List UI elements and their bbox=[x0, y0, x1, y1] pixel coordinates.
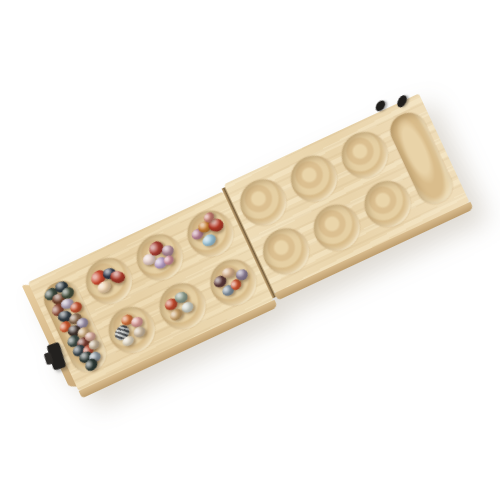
pit-right-back-1 bbox=[233, 172, 294, 233]
pit-right-front-1 bbox=[255, 221, 316, 282]
pit-left-back-2 bbox=[129, 227, 190, 288]
pit-left-front-2 bbox=[152, 276, 213, 337]
hinge-knob-icon bbox=[395, 94, 408, 109]
gem-stone bbox=[109, 269, 127, 284]
pit-right-back-2 bbox=[283, 148, 344, 209]
left-pit-grid bbox=[78, 203, 263, 360]
mancala-board bbox=[28, 99, 472, 391]
right-pit-grid bbox=[233, 125, 418, 282]
board-half-right bbox=[224, 93, 470, 293]
hinge-knob-icon bbox=[374, 99, 387, 113]
gem-stone bbox=[235, 269, 248, 281]
pit-right-front-3 bbox=[357, 173, 418, 234]
gem-stone bbox=[221, 266, 236, 279]
pit-left-front-1 bbox=[101, 299, 162, 360]
latch-clasp bbox=[46, 342, 66, 371]
pit-right-back-3 bbox=[334, 125, 395, 186]
pit-right-front-2 bbox=[306, 197, 367, 258]
pit-left-back-1 bbox=[78, 250, 139, 311]
product-photo-canvas bbox=[0, 0, 500, 500]
